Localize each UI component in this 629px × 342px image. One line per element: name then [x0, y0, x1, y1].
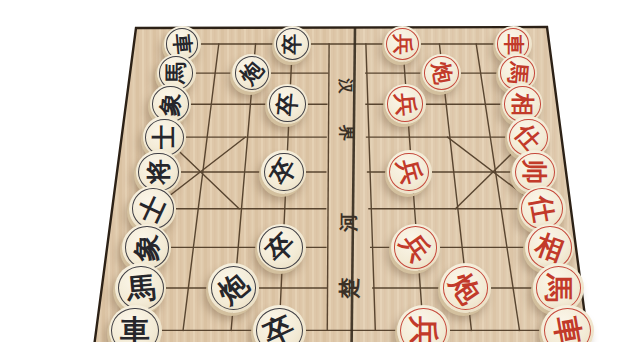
piece-black-zu[interactable]: 卒 — [261, 150, 306, 194]
piece-black-pao[interactable]: 炮 — [208, 263, 259, 312]
black-che-character: 車 — [120, 316, 150, 342]
piece-red-bing[interactable]: 兵 — [387, 150, 432, 194]
red-bing-character: 兵 — [409, 316, 439, 342]
river-label-char: 楚 — [337, 277, 361, 300]
piece-red-pao[interactable]: 炮 — [422, 54, 461, 92]
black-xiang-character: 象 — [133, 234, 160, 261]
piece-red-pao[interactable]: 炮 — [440, 263, 491, 312]
black-jiang-character: 将 — [146, 159, 171, 184]
red-shi-character: 仕 — [527, 193, 557, 223]
red-pao-character: 炮 — [429, 60, 454, 85]
river-label-char: 河 — [337, 213, 359, 233]
piece-red-bing[interactable]: 兵 — [385, 84, 426, 124]
black-zu-character: 卒 — [275, 92, 300, 117]
red-che-character: 車 — [503, 34, 524, 55]
black-shi-character: 士 — [152, 125, 176, 149]
red-ma-character: 馬 — [544, 274, 573, 303]
black-ma-character: 馬 — [125, 272, 156, 303]
piece-black-zu[interactable]: 卒 — [267, 84, 308, 124]
piece-black-zu[interactable]: 卒 — [274, 26, 311, 62]
red-ma-character: 馬 — [506, 61, 530, 85]
black-xiang-character: 象 — [158, 92, 183, 117]
piece-black-zu[interactable]: 卒 — [257, 224, 306, 272]
red-che-character: 車 — [550, 313, 584, 342]
black-che-character: 車 — [171, 33, 193, 55]
black-ma-character: 馬 — [165, 62, 187, 84]
red-bing-character: 兵 — [393, 92, 418, 117]
river-label-char: 汉 — [337, 78, 355, 95]
piece-red-bing[interactable]: 兵 — [384, 26, 421, 62]
red-shuai-character: 帅 — [522, 159, 547, 184]
piece-red-bing[interactable]: 兵 — [391, 224, 440, 272]
red-xiang-character: 相 — [511, 93, 534, 116]
river-label-char: 界 — [337, 124, 356, 142]
red-bing-character: 兵 — [392, 34, 413, 55]
xiangqi-photo: 汉界河楚 車馬象士将士象馬車炮炮卒卒卒卒卒兵兵兵兵兵炮炮車馬相仕帅仕相馬車 — [0, 0, 629, 342]
black-zu-character: 卒 — [282, 34, 303, 55]
